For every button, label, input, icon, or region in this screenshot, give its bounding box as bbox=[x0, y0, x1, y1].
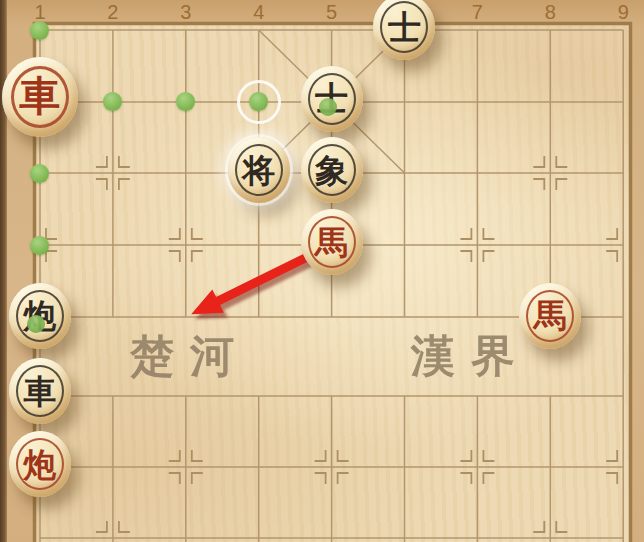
piece-red-chariot[interactable]: 車 bbox=[2, 57, 78, 137]
xiangqi-app-screen: 123456789 楚河 漢界 士車士将象馬炮馬車炮 bbox=[0, 0, 644, 542]
piece-character: 士 bbox=[388, 11, 421, 44]
piece-character: 将 bbox=[242, 154, 275, 187]
move-hint-dot[interactable] bbox=[103, 92, 122, 111]
move-hint-dot[interactable] bbox=[30, 21, 49, 40]
board-grid: 士車士将象馬炮馬車炮 bbox=[4, 0, 644, 542]
piece-character: 車 bbox=[23, 375, 56, 408]
move-hint-dot[interactable] bbox=[30, 164, 49, 183]
piece-black-advisor[interactable]: 士 bbox=[301, 66, 363, 132]
piece-character: 馬 bbox=[315, 226, 348, 259]
capture-hint-dot bbox=[27, 315, 45, 333]
piece-black-cannon[interactable]: 炮 bbox=[9, 283, 71, 349]
move-hint-dot[interactable] bbox=[30, 236, 49, 255]
piece-red-horse[interactable]: 馬 bbox=[519, 283, 581, 349]
piece-character: 象 bbox=[315, 154, 348, 187]
capture-hint-dot bbox=[319, 98, 337, 116]
piece-black-elephant[interactable]: 象 bbox=[301, 137, 363, 203]
piece-red-cannon[interactable]: 炮 bbox=[9, 431, 71, 497]
piece-character: 馬 bbox=[534, 299, 567, 332]
piece-character: 車 bbox=[20, 76, 61, 117]
piece-black-general[interactable]: 将 bbox=[228, 137, 290, 203]
piece-character: 炮 bbox=[23, 448, 56, 481]
piece-red-horse[interactable]: 馬 bbox=[301, 209, 363, 275]
piece-black-chariot[interactable]: 車 bbox=[9, 358, 71, 424]
piece-black-advisor[interactable]: 士 bbox=[373, 0, 435, 60]
move-hint-dot[interactable] bbox=[176, 92, 195, 111]
